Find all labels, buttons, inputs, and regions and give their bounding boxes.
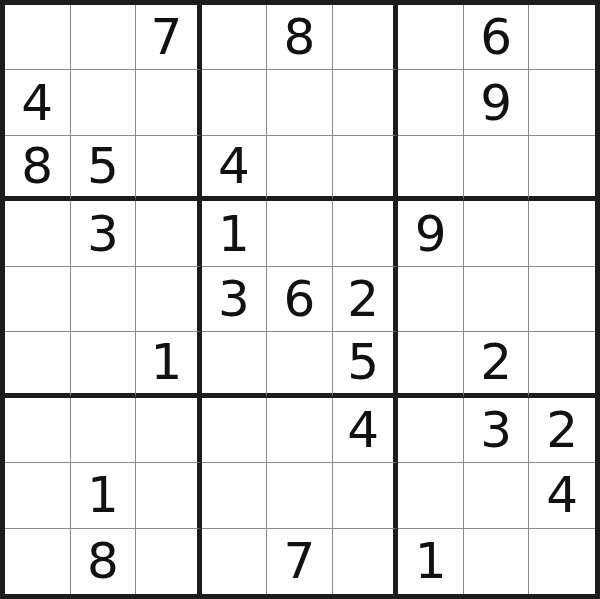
cell-r2c1[interactable]: 4 [5, 70, 71, 135]
cell-r3c2[interactable]: 5 [71, 136, 137, 201]
cell-r7c4[interactable] [202, 398, 268, 463]
cell-r1c7[interactable] [398, 5, 464, 70]
cell-r6c1[interactable] [5, 332, 71, 397]
cell-r3c9[interactable] [529, 136, 595, 201]
cell-r1c2[interactable] [71, 5, 137, 70]
cell-r3c4[interactable]: 4 [202, 136, 268, 201]
sudoku-board: 7864985431936215243214871 [0, 0, 600, 599]
cell-r8c9[interactable]: 4 [529, 463, 595, 528]
cell-r7c7[interactable] [398, 398, 464, 463]
cell-r5c7[interactable] [398, 267, 464, 332]
cell-r3c5[interactable] [267, 136, 333, 201]
cell-r8c7[interactable] [398, 463, 464, 528]
cell-r7c8[interactable]: 3 [464, 398, 530, 463]
cell-r1c4[interactable] [202, 5, 268, 70]
cell-r4c6[interactable] [333, 201, 399, 266]
cell-r8c5[interactable] [267, 463, 333, 528]
cell-r6c6[interactable]: 5 [333, 332, 399, 397]
cell-r5c3[interactable] [136, 267, 202, 332]
cell-r7c1[interactable] [5, 398, 71, 463]
cell-r2c6[interactable] [333, 70, 399, 135]
cell-r8c3[interactable] [136, 463, 202, 528]
cell-r9c3[interactable] [136, 529, 202, 594]
cell-r4c3[interactable] [136, 201, 202, 266]
cell-r7c5[interactable] [267, 398, 333, 463]
cell-r3c8[interactable] [464, 136, 530, 201]
cell-r7c9[interactable]: 2 [529, 398, 595, 463]
cell-r7c2[interactable] [71, 398, 137, 463]
cell-r5c1[interactable] [5, 267, 71, 332]
cell-r4c4[interactable]: 1 [202, 201, 268, 266]
cell-r6c9[interactable] [529, 332, 595, 397]
cell-r8c8[interactable] [464, 463, 530, 528]
cell-r1c6[interactable] [333, 5, 399, 70]
cell-r9c1[interactable] [5, 529, 71, 594]
cell-r5c4[interactable]: 3 [202, 267, 268, 332]
cell-r6c4[interactable] [202, 332, 268, 397]
cell-r4c1[interactable] [5, 201, 71, 266]
cell-r2c4[interactable] [202, 70, 268, 135]
cell-r6c3[interactable]: 1 [136, 332, 202, 397]
cell-r2c2[interactable] [71, 70, 137, 135]
cell-r1c3[interactable]: 7 [136, 5, 202, 70]
cell-r2c9[interactable] [529, 70, 595, 135]
cell-r9c5[interactable]: 7 [267, 529, 333, 594]
cell-r1c5[interactable]: 8 [267, 5, 333, 70]
cell-r6c7[interactable] [398, 332, 464, 397]
cell-r7c6[interactable]: 4 [333, 398, 399, 463]
cell-r3c6[interactable] [333, 136, 399, 201]
cell-r2c5[interactable] [267, 70, 333, 135]
cell-r2c7[interactable] [398, 70, 464, 135]
cell-r2c3[interactable] [136, 70, 202, 135]
cell-r4c9[interactable] [529, 201, 595, 266]
cell-r8c6[interactable] [333, 463, 399, 528]
cell-r4c7[interactable]: 9 [398, 201, 464, 266]
cell-r9c2[interactable]: 8 [71, 529, 137, 594]
cell-r6c2[interactable] [71, 332, 137, 397]
cell-r3c3[interactable] [136, 136, 202, 201]
cell-r7c3[interactable] [136, 398, 202, 463]
cell-r2c8[interactable]: 9 [464, 70, 530, 135]
cell-r5c9[interactable] [529, 267, 595, 332]
cell-r5c2[interactable] [71, 267, 137, 332]
cell-r3c1[interactable]: 8 [5, 136, 71, 201]
cell-r5c6[interactable]: 2 [333, 267, 399, 332]
cell-r9c8[interactable] [464, 529, 530, 594]
cell-r4c2[interactable]: 3 [71, 201, 137, 266]
cell-r9c9[interactable] [529, 529, 595, 594]
cell-r1c1[interactable] [5, 5, 71, 70]
cell-r8c2[interactable]: 1 [71, 463, 137, 528]
cell-r9c4[interactable] [202, 529, 268, 594]
cell-r9c7[interactable]: 1 [398, 529, 464, 594]
cell-r8c1[interactable] [5, 463, 71, 528]
cell-r4c8[interactable] [464, 201, 530, 266]
cell-r6c5[interactable] [267, 332, 333, 397]
cell-r1c8[interactable]: 6 [464, 5, 530, 70]
cell-r6c8[interactable]: 2 [464, 332, 530, 397]
cell-r9c6[interactable] [333, 529, 399, 594]
cell-r5c5[interactable]: 6 [267, 267, 333, 332]
cell-r1c9[interactable] [529, 5, 595, 70]
cell-r8c4[interactable] [202, 463, 268, 528]
cell-r5c8[interactable] [464, 267, 530, 332]
cell-r3c7[interactable] [398, 136, 464, 201]
cell-r4c5[interactable] [267, 201, 333, 266]
